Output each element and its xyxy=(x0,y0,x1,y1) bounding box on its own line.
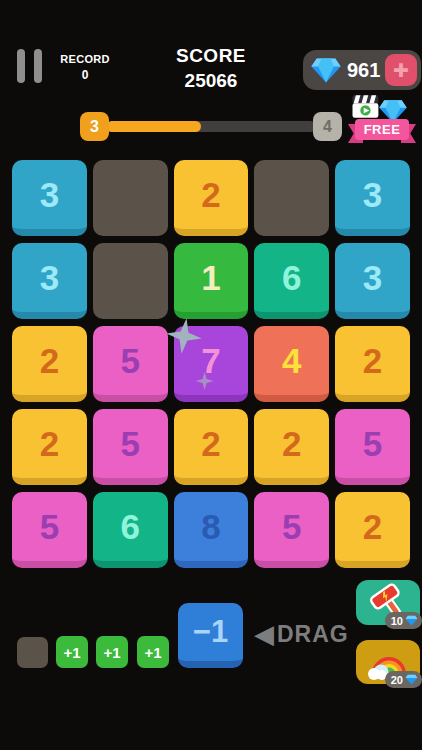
board-cell-r1c5[interactable]: 3 xyxy=(335,160,410,236)
drag-arrow-icon: ◀ xyxy=(254,621,274,647)
plus-one-button-1[interactable]: +1 xyxy=(56,636,88,668)
next-level-badge: 4 xyxy=(313,112,342,141)
tile-number: 3 xyxy=(40,258,59,298)
rainbow-booster-button[interactable]: 20 xyxy=(356,640,420,684)
drag-hint: ◀ DRAG xyxy=(254,616,349,652)
board-cell-r5c2[interactable]: 6 xyxy=(93,492,168,568)
board-cell-r1c3[interactable]: 2 xyxy=(174,160,249,236)
board-cell-r1c1[interactable]: 3 xyxy=(12,160,87,236)
board-cell-r5c5[interactable]: 2 xyxy=(335,492,410,568)
tile-number: 2 xyxy=(40,424,59,464)
board-cell-r4c2[interactable]: 5 xyxy=(93,409,168,485)
tile-number: 5 xyxy=(40,507,59,547)
tray-empty-slot[interactable] xyxy=(17,637,48,668)
tile-number: 3 xyxy=(363,258,382,298)
tile-number: 6 xyxy=(120,507,139,547)
board-cell-r3c3[interactable]: 7 xyxy=(174,326,249,402)
tile-number: 1 xyxy=(201,258,220,298)
tile-number: 2 xyxy=(201,175,220,215)
tile-number: 5 xyxy=(120,424,139,464)
tile-number: 4 xyxy=(282,341,301,381)
rainbow-cost: 20 xyxy=(391,674,403,686)
draggable-minus-one-tile[interactable]: −1 xyxy=(178,603,243,668)
game-screen: RECORD 0 SCORE 25066 961 ✚ 3 4 xyxy=(0,0,422,750)
current-level-badge: 3 xyxy=(80,112,109,141)
board-cell-r4c5[interactable]: 5 xyxy=(335,409,410,485)
tile-number: 2 xyxy=(363,341,382,381)
tile-number: 3 xyxy=(40,175,59,215)
free-reward-button[interactable]: FREE xyxy=(348,92,416,148)
plus-one-button-2[interactable]: +1 xyxy=(96,636,128,668)
pause-icon xyxy=(17,49,25,83)
board-cell-r3c5[interactable]: 2 xyxy=(335,326,410,402)
board-cell-r5c3[interactable]: 8 xyxy=(174,492,249,568)
tile-number: 8 xyxy=(201,507,220,547)
board-cell-r4c4[interactable]: 2 xyxy=(254,409,329,485)
board-cell-r1c2[interactable] xyxy=(93,160,168,236)
gem-icon xyxy=(405,615,418,626)
board-cell-r3c2[interactable]: 5 xyxy=(93,326,168,402)
board-cell-r5c4[interactable]: 5 xyxy=(254,492,329,568)
level-progress-bar xyxy=(106,121,316,132)
gem-counter: 961 ✚ xyxy=(303,50,421,90)
gem-icon xyxy=(310,57,342,84)
free-ribbon: FREE xyxy=(348,119,416,141)
hammer-booster-button[interactable]: 10 xyxy=(356,580,420,625)
tile-number: 2 xyxy=(40,341,59,381)
free-label: FREE xyxy=(355,119,409,140)
record-value: 0 xyxy=(52,68,118,82)
board-cell-r3c4[interactable]: 4 xyxy=(254,326,329,402)
board-cell-r2c4[interactable]: 6 xyxy=(254,243,329,319)
record-label: RECORD xyxy=(52,53,118,65)
tile-number: 5 xyxy=(120,341,139,381)
board-cell-r2c1[interactable]: 3 xyxy=(12,243,87,319)
tile-number: 2 xyxy=(282,424,301,464)
board-grid: 3233163257422522556852 xyxy=(12,160,410,568)
board-cell-r2c5[interactable]: 3 xyxy=(335,243,410,319)
board-cell-r2c2[interactable] xyxy=(93,243,168,319)
gem-count: 961 xyxy=(347,59,380,82)
clapperboard-icon xyxy=(351,93,381,120)
progress-fill xyxy=(106,121,201,132)
board-cell-r2c3[interactable]: 1 xyxy=(174,243,249,319)
board-cell-r4c1[interactable]: 2 xyxy=(12,409,87,485)
tile-number: 3 xyxy=(363,175,382,215)
drag-hint-label: DRAG xyxy=(277,621,349,648)
tile-number: 2 xyxy=(201,424,220,464)
board-cell-r4c3[interactable]: 2 xyxy=(174,409,249,485)
pause-button[interactable] xyxy=(17,49,44,83)
rainbow-cost-badge: 20 xyxy=(385,671,422,688)
record-block: RECORD 0 xyxy=(52,53,118,82)
tile-number: 5 xyxy=(282,507,301,547)
plus-one-button-3[interactable]: +1 xyxy=(137,636,169,668)
sparkle-icon xyxy=(163,316,204,357)
pause-icon xyxy=(34,49,42,83)
gem-icon xyxy=(405,674,418,685)
tile-number: 2 xyxy=(363,507,382,547)
hammer-cost: 10 xyxy=(391,615,403,627)
hammer-cost-badge: 10 xyxy=(385,612,422,629)
board-cell-r1c4[interactable] xyxy=(254,160,329,236)
tile-number: 5 xyxy=(363,424,382,464)
add-gems-button[interactable]: ✚ xyxy=(385,54,417,86)
board-cell-r5c1[interactable]: 5 xyxy=(12,492,87,568)
board-cell-r3c1[interactable]: 2 xyxy=(12,326,87,402)
tile-number: 6 xyxy=(282,258,301,298)
